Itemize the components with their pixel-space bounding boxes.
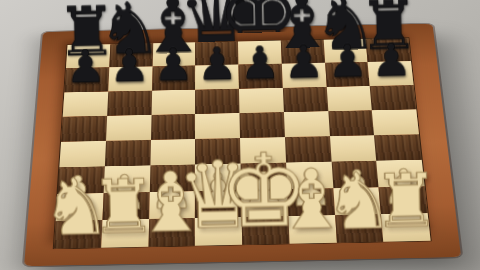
square-b6[interactable] — [107, 90, 152, 115]
square-h1[interactable]: ♜ — [381, 213, 431, 242]
square-h5[interactable] — [372, 109, 419, 135]
board-grid: ♜♞♝♛♚♝♞♜♟♟♟♟♟♟♟♟♟♟♟♟♟♟♟♟♞♜♝♛♚♝♞♜ — [54, 38, 431, 249]
square-b5[interactable] — [106, 115, 151, 141]
square-e7[interactable]: ♟ — [238, 64, 282, 89]
piece-white-rook-h1[interactable]: ♜ — [372, 164, 439, 239]
chess-board: ♜♞♝♛♚♝♞♜♟♟♟♟♟♟♟♟♟♟♟♟♟♟♟♟♞♜♝♛♚♝♞♜ — [24, 24, 461, 266]
piece-black-pawn-a7[interactable]: ♟ — [65, 44, 106, 90]
square-a5[interactable] — [61, 116, 107, 142]
piece-black-pawn-d7[interactable]: ♟ — [196, 41, 237, 87]
square-d7[interactable]: ♟ — [195, 65, 239, 90]
square-c5[interactable] — [151, 114, 196, 140]
square-h7[interactable]: ♟ — [368, 61, 414, 86]
board-frame: ♜♞♝♛♚♝♞♜♟♟♟♟♟♟♟♟♟♟♟♟♟♟♟♟♞♜♝♛♚♝♞♜ — [24, 24, 461, 266]
piece-black-pawn-h7[interactable]: ♟ — [370, 37, 411, 83]
square-g5[interactable] — [328, 110, 374, 136]
square-c6[interactable] — [151, 89, 195, 114]
perspective-layer: ♜♞♝♛♚♝♞♜♟♟♟♟♟♟♟♟♟♟♟♟♟♟♟♟♞♜♝♛♚♝♞♜ — [0, 0, 480, 270]
square-c7[interactable]: ♟ — [152, 66, 196, 91]
piece-black-pawn-e7[interactable]: ♟ — [240, 40, 281, 86]
piece-black-pawn-c7[interactable]: ♟ — [153, 42, 194, 88]
square-a6[interactable] — [63, 91, 108, 116]
square-f7[interactable]: ♟ — [282, 63, 327, 88]
square-d6[interactable] — [195, 89, 239, 114]
piece-black-pawn-f7[interactable]: ♟ — [283, 39, 324, 85]
square-g7[interactable]: ♟ — [325, 62, 370, 87]
square-b7[interactable]: ♟ — [108, 67, 152, 92]
square-h6[interactable] — [370, 85, 416, 110]
piece-black-pawn-b7[interactable]: ♟ — [109, 43, 150, 89]
square-a7[interactable]: ♟ — [64, 67, 109, 92]
square-e6[interactable] — [239, 88, 284, 113]
piece-black-pawn-g7[interactable]: ♟ — [327, 38, 368, 84]
square-g6[interactable] — [326, 86, 372, 111]
chessboard-photo: ♜♞♝♛♚♝♞♜♟♟♟♟♟♟♟♟♟♟♟♟♟♟♟♟♞♜♝♛♚♝♞♜ — [0, 0, 480, 270]
square-f6[interactable] — [283, 87, 328, 112]
